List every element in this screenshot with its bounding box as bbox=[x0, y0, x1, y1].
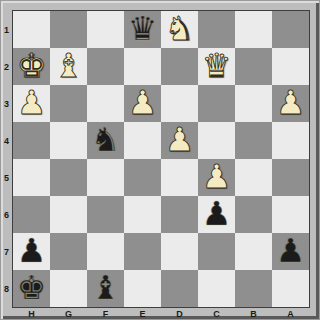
rank-label-1: 1 bbox=[1, 11, 12, 48]
rank-label-8: 8 bbox=[1, 270, 12, 307]
square-d3[interactable] bbox=[161, 85, 198, 122]
black-bishop: ♝ bbox=[91, 269, 121, 306]
square-b4[interactable] bbox=[235, 122, 272, 159]
file-label-d: D bbox=[161, 308, 198, 320]
chess-board: ♛♞♚♝♛♟♟♟♞♟♟♟♟♟♚♝ bbox=[12, 10, 310, 308]
white-pawn: ♟ bbox=[202, 158, 232, 195]
square-d5[interactable] bbox=[161, 159, 198, 196]
square-g8[interactable] bbox=[50, 270, 87, 307]
white-knight: ♞ bbox=[165, 10, 195, 47]
square-h8[interactable]: ♚ bbox=[13, 270, 50, 307]
file-labels: HGFEDCBA bbox=[13, 308, 309, 320]
black-pawn: ♟ bbox=[202, 195, 232, 232]
square-g6[interactable] bbox=[50, 196, 87, 233]
square-g7[interactable] bbox=[50, 233, 87, 270]
square-b1[interactable] bbox=[235, 11, 272, 48]
square-c6[interactable]: ♟ bbox=[198, 196, 235, 233]
square-g5[interactable] bbox=[50, 159, 87, 196]
square-a7[interactable]: ♟ bbox=[272, 233, 309, 270]
black-king: ♚ bbox=[17, 269, 47, 306]
square-b5[interactable] bbox=[235, 159, 272, 196]
square-h7[interactable]: ♟ bbox=[13, 233, 50, 270]
square-g1[interactable] bbox=[50, 11, 87, 48]
square-b3[interactable] bbox=[235, 85, 272, 122]
square-f8[interactable]: ♝ bbox=[87, 270, 124, 307]
rank-label-3: 3 bbox=[1, 85, 12, 122]
square-a4[interactable] bbox=[272, 122, 309, 159]
square-h1[interactable] bbox=[13, 11, 50, 48]
black-pawn: ♟ bbox=[276, 232, 306, 269]
square-d1[interactable]: ♞ bbox=[161, 11, 198, 48]
white-pawn: ♟ bbox=[276, 84, 306, 121]
rank-label-6: 6 bbox=[1, 196, 12, 233]
file-label-h: H bbox=[13, 308, 50, 320]
square-e2[interactable] bbox=[124, 48, 161, 85]
square-e8[interactable] bbox=[124, 270, 161, 307]
square-c3[interactable] bbox=[198, 85, 235, 122]
square-e7[interactable] bbox=[124, 233, 161, 270]
square-h6[interactable] bbox=[13, 196, 50, 233]
square-f3[interactable] bbox=[87, 85, 124, 122]
rank-label-4: 4 bbox=[1, 122, 12, 159]
square-f5[interactable] bbox=[87, 159, 124, 196]
square-b6[interactable] bbox=[235, 196, 272, 233]
rank-labels: 12345678 bbox=[1, 11, 12, 307]
square-f2[interactable] bbox=[87, 48, 124, 85]
square-a8[interactable] bbox=[272, 270, 309, 307]
square-d6[interactable] bbox=[161, 196, 198, 233]
square-f7[interactable] bbox=[87, 233, 124, 270]
square-g4[interactable] bbox=[50, 122, 87, 159]
square-a5[interactable] bbox=[272, 159, 309, 196]
white-bishop: ♝ bbox=[54, 47, 84, 84]
square-g3[interactable] bbox=[50, 85, 87, 122]
file-label-f: F bbox=[87, 308, 124, 320]
square-d7[interactable] bbox=[161, 233, 198, 270]
black-queen: ♛ bbox=[128, 10, 158, 47]
rank-label-2: 2 bbox=[1, 48, 12, 85]
square-d2[interactable] bbox=[161, 48, 198, 85]
square-b2[interactable] bbox=[235, 48, 272, 85]
square-h5[interactable] bbox=[13, 159, 50, 196]
square-h4[interactable] bbox=[13, 122, 50, 159]
white-pawn: ♟ bbox=[17, 84, 47, 121]
square-d8[interactable] bbox=[161, 270, 198, 307]
square-c2[interactable]: ♛ bbox=[198, 48, 235, 85]
file-label-e: E bbox=[124, 308, 161, 320]
square-e4[interactable] bbox=[124, 122, 161, 159]
square-a3[interactable]: ♟ bbox=[272, 85, 309, 122]
square-e6[interactable] bbox=[124, 196, 161, 233]
white-pawn: ♟ bbox=[165, 121, 195, 158]
square-b7[interactable] bbox=[235, 233, 272, 270]
square-c4[interactable] bbox=[198, 122, 235, 159]
file-label-c: C bbox=[198, 308, 235, 320]
white-king: ♚ bbox=[17, 47, 47, 84]
square-b8[interactable] bbox=[235, 270, 272, 307]
square-e3[interactable]: ♟ bbox=[124, 85, 161, 122]
white-pawn: ♟ bbox=[128, 84, 158, 121]
file-label-a: A bbox=[272, 308, 309, 320]
rank-label-5: 5 bbox=[1, 159, 12, 196]
chess-diagram: 12345678 ♛♞♚♝♛♟♟♟♞♟♟♟♟♟♚♝ HGFEDCBA bbox=[0, 0, 320, 320]
white-queen: ♛ bbox=[202, 47, 232, 84]
square-a2[interactable] bbox=[272, 48, 309, 85]
square-e1[interactable]: ♛ bbox=[124, 11, 161, 48]
square-c8[interactable] bbox=[198, 270, 235, 307]
square-c7[interactable] bbox=[198, 233, 235, 270]
file-label-g: G bbox=[50, 308, 87, 320]
black-pawn: ♟ bbox=[17, 232, 47, 269]
square-c5[interactable]: ♟ bbox=[198, 159, 235, 196]
square-a1[interactable] bbox=[272, 11, 309, 48]
square-g2[interactable]: ♝ bbox=[50, 48, 87, 85]
square-f6[interactable] bbox=[87, 196, 124, 233]
square-d4[interactable]: ♟ bbox=[161, 122, 198, 159]
square-a6[interactable] bbox=[272, 196, 309, 233]
square-c1[interactable] bbox=[198, 11, 235, 48]
square-e5[interactable] bbox=[124, 159, 161, 196]
black-knight: ♞ bbox=[91, 121, 121, 158]
square-h2[interactable]: ♚ bbox=[13, 48, 50, 85]
rank-label-7: 7 bbox=[1, 233, 12, 270]
square-f4[interactable]: ♞ bbox=[87, 122, 124, 159]
square-f1[interactable] bbox=[87, 11, 124, 48]
square-h3[interactable]: ♟ bbox=[13, 85, 50, 122]
file-label-b: B bbox=[235, 308, 272, 320]
